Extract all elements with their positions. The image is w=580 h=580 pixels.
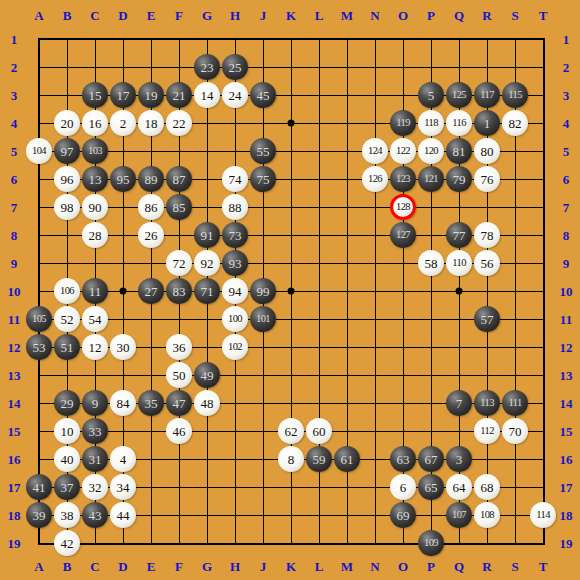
black-stone-105[interactable]: 105 bbox=[26, 306, 52, 332]
move-number: 71 bbox=[201, 285, 214, 298]
black-stone-23[interactable]: 23 bbox=[194, 54, 220, 80]
move-number: 43 bbox=[89, 509, 102, 522]
white-stone-118[interactable]: 118 bbox=[418, 110, 444, 136]
coordinate-label: 11 bbox=[8, 313, 20, 326]
move-number: 38 bbox=[61, 509, 74, 522]
coordinate-label: 12 bbox=[8, 341, 21, 354]
move-number: 81 bbox=[453, 145, 466, 158]
move-number: 58 bbox=[425, 257, 438, 270]
move-number: 42 bbox=[61, 537, 74, 550]
white-stone-58[interactable]: 58 bbox=[418, 250, 444, 276]
white-stone-84[interactable]: 84 bbox=[110, 390, 136, 416]
move-number: 118 bbox=[424, 118, 438, 129]
move-number: 12 bbox=[89, 341, 102, 354]
black-stone-43[interactable]: 43 bbox=[82, 502, 108, 528]
move-number: 106 bbox=[60, 286, 74, 297]
white-stone-4[interactable]: 4 bbox=[110, 446, 136, 472]
coordinate-label: G bbox=[202, 560, 212, 573]
move-number: 68 bbox=[481, 481, 494, 494]
move-number: 117 bbox=[480, 90, 494, 101]
move-number: 121 bbox=[424, 174, 438, 185]
white-stone-64[interactable]: 64 bbox=[446, 474, 472, 500]
white-stone-14[interactable]: 14 bbox=[194, 82, 220, 108]
move-number: 73 bbox=[229, 229, 242, 242]
coordinate-label: R bbox=[482, 560, 491, 573]
white-stone-12[interactable]: 12 bbox=[82, 334, 108, 360]
move-number: 113 bbox=[480, 398, 494, 409]
white-stone-52[interactable]: 52 bbox=[54, 306, 80, 332]
white-stone-92[interactable]: 92 bbox=[194, 250, 220, 276]
move-number: 111 bbox=[508, 398, 521, 409]
coordinate-label: E bbox=[147, 9, 156, 22]
go-board[interactable]: ABCDEFGHJKLMNOPQRST ABCDEFGHJKLMNOPQRST … bbox=[0, 0, 580, 580]
white-stone-8[interactable]: 8 bbox=[278, 446, 304, 472]
black-stone-21[interactable]: 21 bbox=[166, 82, 192, 108]
move-number: 80 bbox=[481, 145, 494, 158]
move-number: 90 bbox=[89, 201, 102, 214]
move-number: 44 bbox=[117, 509, 130, 522]
coordinate-label: Q bbox=[454, 9, 464, 22]
black-stone-75[interactable]: 75 bbox=[250, 166, 276, 192]
move-number: 92 bbox=[201, 257, 214, 270]
white-stone-128-last-move[interactable]: 128 bbox=[390, 194, 416, 220]
white-stone-24[interactable]: 24 bbox=[222, 82, 248, 108]
move-number: 3 bbox=[456, 453, 463, 466]
black-stone-13[interactable]: 13 bbox=[82, 166, 108, 192]
move-number: 30 bbox=[117, 341, 130, 354]
black-stone-123[interactable]: 123 bbox=[390, 166, 416, 192]
white-stone-44[interactable]: 44 bbox=[110, 502, 136, 528]
black-stone-7[interactable]: 7 bbox=[446, 390, 472, 416]
move-number: 36 bbox=[173, 341, 186, 354]
coordinate-label: 4 bbox=[563, 117, 570, 130]
move-number: 6 bbox=[400, 481, 407, 494]
coordinate-label: 13 bbox=[8, 369, 21, 382]
coordinate-label: 3 bbox=[11, 89, 18, 102]
black-stone-121[interactable]: 121 bbox=[418, 166, 444, 192]
coordinate-label: D bbox=[118, 9, 127, 22]
black-stone-83[interactable]: 83 bbox=[166, 278, 192, 304]
coordinate-label: 19 bbox=[8, 537, 21, 550]
white-stone-26[interactable]: 26 bbox=[138, 222, 164, 248]
black-stone-73[interactable]: 73 bbox=[222, 222, 248, 248]
coordinate-label: 6 bbox=[563, 173, 570, 186]
coordinate-label: D bbox=[118, 560, 127, 573]
move-number: 33 bbox=[89, 425, 102, 438]
coordinate-label: 10 bbox=[560, 285, 573, 298]
coordinate-label: F bbox=[175, 560, 183, 573]
coordinate-label: J bbox=[260, 9, 267, 22]
move-number: 104 bbox=[32, 146, 46, 157]
black-stone-39[interactable]: 39 bbox=[26, 502, 52, 528]
black-stone-27[interactable]: 27 bbox=[138, 278, 164, 304]
black-stone-41[interactable]: 41 bbox=[26, 474, 52, 500]
move-number: 65 bbox=[425, 481, 438, 494]
move-number: 46 bbox=[173, 425, 186, 438]
black-stone-117[interactable]: 117 bbox=[474, 82, 500, 108]
black-stone-71[interactable]: 71 bbox=[194, 278, 220, 304]
black-stone-113[interactable]: 113 bbox=[474, 390, 500, 416]
coordinate-label: 7 bbox=[563, 201, 570, 214]
coordinate-label: 15 bbox=[8, 425, 21, 438]
move-number: 18 bbox=[145, 117, 158, 130]
move-number: 54 bbox=[89, 313, 102, 326]
move-number: 19 bbox=[145, 89, 158, 102]
move-number: 96 bbox=[61, 173, 74, 186]
white-stone-88[interactable]: 88 bbox=[222, 194, 248, 220]
move-number: 5 bbox=[428, 89, 435, 102]
black-stone-87[interactable]: 87 bbox=[166, 166, 192, 192]
move-number: 31 bbox=[89, 453, 102, 466]
coordinate-label: 8 bbox=[563, 229, 570, 242]
move-number: 62 bbox=[285, 425, 298, 438]
coordinate-label: 11 bbox=[560, 313, 572, 326]
move-number: 127 bbox=[396, 230, 410, 241]
black-stone-61[interactable]: 61 bbox=[334, 446, 360, 472]
black-stone-9[interactable]: 9 bbox=[82, 390, 108, 416]
move-number: 124 bbox=[368, 146, 382, 157]
black-stone-69[interactable]: 69 bbox=[390, 502, 416, 528]
move-number: 119 bbox=[396, 118, 410, 129]
black-stone-79[interactable]: 79 bbox=[446, 166, 472, 192]
black-stone-29[interactable]: 29 bbox=[54, 390, 80, 416]
black-stone-93[interactable]: 93 bbox=[222, 250, 248, 276]
move-number: 101 bbox=[256, 314, 270, 325]
move-number: 61 bbox=[341, 453, 354, 466]
move-number: 76 bbox=[481, 173, 494, 186]
black-stone-1[interactable]: 1 bbox=[474, 110, 500, 136]
white-stone-82[interactable]: 82 bbox=[502, 110, 528, 136]
white-stone-116[interactable]: 116 bbox=[446, 110, 472, 136]
coordinate-label: L bbox=[315, 560, 324, 573]
black-stone-15[interactable]: 15 bbox=[82, 82, 108, 108]
move-number: 82 bbox=[509, 117, 522, 130]
coordinate-label: P bbox=[427, 9, 435, 22]
move-number: 20 bbox=[61, 117, 74, 130]
move-number: 53 bbox=[33, 341, 46, 354]
move-number: 59 bbox=[313, 453, 326, 466]
coordinate-label: T bbox=[539, 560, 548, 573]
move-number: 45 bbox=[257, 89, 270, 102]
white-stone-22[interactable]: 22 bbox=[166, 110, 192, 136]
white-stone-18[interactable]: 18 bbox=[138, 110, 164, 136]
coordinate-label: 19 bbox=[560, 537, 573, 550]
coordinate-label: K bbox=[286, 560, 296, 573]
move-number: 16 bbox=[89, 117, 102, 130]
black-stone-77[interactable]: 77 bbox=[446, 222, 472, 248]
move-number: 88 bbox=[229, 201, 242, 214]
white-stone-20[interactable]: 20 bbox=[54, 110, 80, 136]
black-stone-107[interactable]: 107 bbox=[446, 502, 472, 528]
move-number: 75 bbox=[257, 173, 270, 186]
black-stone-17[interactable]: 17 bbox=[110, 82, 136, 108]
white-stone-96[interactable]: 96 bbox=[54, 166, 80, 192]
white-stone-68[interactable]: 68 bbox=[474, 474, 500, 500]
move-number: 93 bbox=[229, 257, 242, 270]
move-number: 15 bbox=[89, 89, 102, 102]
move-number: 115 bbox=[508, 90, 522, 101]
coordinate-label: 13 bbox=[560, 369, 573, 382]
white-stone-78[interactable]: 78 bbox=[474, 222, 500, 248]
white-stone-38[interactable]: 38 bbox=[54, 502, 80, 528]
black-stone-97[interactable]: 97 bbox=[54, 138, 80, 164]
move-number: 27 bbox=[145, 285, 158, 298]
coordinate-label: Q bbox=[454, 560, 464, 573]
black-stone-49[interactable]: 49 bbox=[194, 362, 220, 388]
black-stone-55[interactable]: 55 bbox=[250, 138, 276, 164]
move-number: 63 bbox=[397, 453, 410, 466]
white-stone-114[interactable]: 114 bbox=[530, 502, 556, 528]
move-number: 9 bbox=[92, 397, 99, 410]
coordinate-label: H bbox=[230, 9, 240, 22]
move-number: 4 bbox=[120, 453, 127, 466]
move-number: 32 bbox=[89, 481, 102, 494]
move-number: 125 bbox=[452, 90, 466, 101]
move-number: 110 bbox=[452, 258, 466, 269]
move-number: 128 bbox=[396, 202, 410, 213]
white-stone-76[interactable]: 76 bbox=[474, 166, 500, 192]
black-stone-25[interactable]: 25 bbox=[222, 54, 248, 80]
move-number: 77 bbox=[453, 229, 466, 242]
move-number: 72 bbox=[173, 257, 186, 270]
white-stone-80[interactable]: 80 bbox=[474, 138, 500, 164]
black-stone-85[interactable]: 85 bbox=[166, 194, 192, 220]
move-number: 84 bbox=[117, 397, 130, 410]
coordinate-label: 9 bbox=[563, 257, 570, 270]
white-stone-54[interactable]: 54 bbox=[82, 306, 108, 332]
white-stone-34[interactable]: 34 bbox=[110, 474, 136, 500]
white-stone-46[interactable]: 46 bbox=[166, 418, 192, 444]
black-stone-33[interactable]: 33 bbox=[82, 418, 108, 444]
move-number: 10 bbox=[61, 425, 74, 438]
coordinate-label: 17 bbox=[560, 481, 573, 494]
white-stone-30[interactable]: 30 bbox=[110, 334, 136, 360]
white-stone-108[interactable]: 108 bbox=[474, 502, 500, 528]
coordinate-label: N bbox=[370, 9, 379, 22]
move-number: 112 bbox=[480, 426, 494, 437]
move-number: 23 bbox=[201, 61, 214, 74]
move-number: 13 bbox=[89, 173, 102, 186]
move-number: 40 bbox=[61, 453, 74, 466]
black-stone-19[interactable]: 19 bbox=[138, 82, 164, 108]
coordinate-label: 7 bbox=[11, 201, 18, 214]
move-number: 47 bbox=[173, 397, 186, 410]
white-stone-10[interactable]: 10 bbox=[54, 418, 80, 444]
coordinate-label: C bbox=[90, 9, 99, 22]
white-stone-2[interactable]: 2 bbox=[110, 110, 136, 136]
white-stone-70[interactable]: 70 bbox=[502, 418, 528, 444]
move-number: 34 bbox=[117, 481, 130, 494]
move-number: 14 bbox=[201, 89, 214, 102]
coordinate-label: B bbox=[63, 560, 72, 573]
white-stone-98[interactable]: 98 bbox=[54, 194, 80, 220]
white-stone-60[interactable]: 60 bbox=[306, 418, 332, 444]
black-stone-51[interactable]: 51 bbox=[54, 334, 80, 360]
coordinate-label: 9 bbox=[11, 257, 18, 270]
black-stone-103[interactable]: 103 bbox=[82, 138, 108, 164]
black-stone-81[interactable]: 81 bbox=[446, 138, 472, 164]
coordinate-label: 16 bbox=[560, 453, 573, 466]
black-stone-35[interactable]: 35 bbox=[138, 390, 164, 416]
black-stone-53[interactable]: 53 bbox=[26, 334, 52, 360]
move-number: 67 bbox=[425, 453, 438, 466]
move-number: 41 bbox=[33, 481, 46, 494]
coordinate-label: 18 bbox=[8, 509, 21, 522]
black-stone-67[interactable]: 67 bbox=[418, 446, 444, 472]
black-stone-5[interactable]: 5 bbox=[418, 82, 444, 108]
move-number: 11 bbox=[89, 285, 102, 298]
white-stone-28[interactable]: 28 bbox=[82, 222, 108, 248]
white-stone-90[interactable]: 90 bbox=[82, 194, 108, 220]
white-stone-48[interactable]: 48 bbox=[194, 390, 220, 416]
coordinate-label: F bbox=[175, 9, 183, 22]
white-stone-120[interactable]: 120 bbox=[418, 138, 444, 164]
black-stone-45[interactable]: 45 bbox=[250, 82, 276, 108]
coordinate-label: H bbox=[230, 560, 240, 573]
move-number: 28 bbox=[89, 229, 102, 242]
coordinate-label: 17 bbox=[8, 481, 21, 494]
white-stone-42[interactable]: 42 bbox=[54, 530, 80, 556]
coordinate-label: B bbox=[63, 9, 72, 22]
coordinate-label: 6 bbox=[11, 173, 18, 186]
coordinate-label: 3 bbox=[563, 89, 570, 102]
coordinate-label: 2 bbox=[563, 61, 570, 74]
black-stone-95[interactable]: 95 bbox=[110, 166, 136, 192]
black-stone-11[interactable]: 11 bbox=[82, 278, 108, 304]
coordinate-label: O bbox=[398, 9, 408, 22]
white-stone-112[interactable]: 112 bbox=[474, 418, 500, 444]
move-number: 26 bbox=[145, 229, 158, 242]
move-number: 79 bbox=[453, 173, 466, 186]
black-stone-115[interactable]: 115 bbox=[502, 82, 528, 108]
coordinate-label: 1 bbox=[563, 33, 570, 46]
move-number: 70 bbox=[509, 425, 522, 438]
white-stone-104[interactable]: 104 bbox=[26, 138, 52, 164]
black-stone-63[interactable]: 63 bbox=[390, 446, 416, 472]
coordinate-label: M bbox=[341, 560, 353, 573]
black-stone-59[interactable]: 59 bbox=[306, 446, 332, 472]
move-number: 7 bbox=[456, 397, 463, 410]
move-number: 74 bbox=[229, 173, 242, 186]
move-number: 100 bbox=[228, 314, 242, 325]
white-stone-36[interactable]: 36 bbox=[166, 334, 192, 360]
coordinate-label: N bbox=[370, 560, 379, 573]
white-stone-110[interactable]: 110 bbox=[446, 250, 472, 276]
move-number: 56 bbox=[481, 257, 494, 270]
coordinate-label: L bbox=[315, 9, 324, 22]
move-number: 64 bbox=[453, 481, 466, 494]
white-stone-50[interactable]: 50 bbox=[166, 362, 192, 388]
move-number: 48 bbox=[201, 397, 214, 410]
coordinate-label: O bbox=[398, 560, 408, 573]
white-stone-122[interactable]: 122 bbox=[390, 138, 416, 164]
white-stone-94[interactable]: 94 bbox=[222, 278, 248, 304]
white-stone-72[interactable]: 72 bbox=[166, 250, 192, 276]
move-number: 8 bbox=[288, 453, 295, 466]
coordinate-label: K bbox=[286, 9, 296, 22]
black-stone-47[interactable]: 47 bbox=[166, 390, 192, 416]
move-number: 126 bbox=[368, 174, 382, 185]
move-number: 52 bbox=[61, 313, 74, 326]
coordinate-label: 5 bbox=[11, 145, 18, 158]
move-number: 22 bbox=[173, 117, 186, 130]
black-stone-127[interactable]: 127 bbox=[390, 222, 416, 248]
move-number: 51 bbox=[61, 341, 74, 354]
black-stone-125[interactable]: 125 bbox=[446, 82, 472, 108]
black-stone-101[interactable]: 101 bbox=[250, 306, 276, 332]
move-number: 99 bbox=[257, 285, 270, 298]
move-number: 91 bbox=[201, 229, 214, 242]
black-stone-109[interactable]: 109 bbox=[418, 530, 444, 556]
white-stone-32[interactable]: 32 bbox=[82, 474, 108, 500]
move-number: 103 bbox=[88, 146, 102, 157]
coordinate-label: M bbox=[341, 9, 353, 22]
coordinate-label: 2 bbox=[11, 61, 18, 74]
coordinate-label: 8 bbox=[11, 229, 18, 242]
coordinate-label: R bbox=[482, 9, 491, 22]
move-number: 102 bbox=[228, 342, 242, 353]
coordinate-label: S bbox=[511, 560, 518, 573]
white-stone-100[interactable]: 100 bbox=[222, 306, 248, 332]
coordinate-label: J bbox=[260, 560, 267, 573]
black-stone-65[interactable]: 65 bbox=[418, 474, 444, 500]
white-stone-6[interactable]: 6 bbox=[390, 474, 416, 500]
move-number: 109 bbox=[424, 538, 438, 549]
coordinate-label: 5 bbox=[563, 145, 570, 158]
white-stone-74[interactable]: 74 bbox=[222, 166, 248, 192]
black-stone-111[interactable]: 111 bbox=[502, 390, 528, 416]
white-stone-86[interactable]: 86 bbox=[138, 194, 164, 220]
move-number: 55 bbox=[257, 145, 270, 158]
move-number: 25 bbox=[229, 61, 242, 74]
move-number: 95 bbox=[117, 173, 130, 186]
move-number: 85 bbox=[173, 201, 186, 214]
black-stone-91[interactable]: 91 bbox=[194, 222, 220, 248]
white-stone-102[interactable]: 102 bbox=[222, 334, 248, 360]
move-number: 83 bbox=[173, 285, 186, 298]
white-stone-124[interactable]: 124 bbox=[362, 138, 388, 164]
black-stone-57[interactable]: 57 bbox=[474, 306, 500, 332]
move-number: 94 bbox=[229, 285, 242, 298]
move-number: 86 bbox=[145, 201, 158, 214]
white-stone-16[interactable]: 16 bbox=[82, 110, 108, 136]
coordinate-label: 1 bbox=[11, 33, 18, 46]
move-number: 87 bbox=[173, 173, 186, 186]
move-number: 37 bbox=[61, 481, 74, 494]
move-number: 57 bbox=[481, 313, 494, 326]
move-number: 35 bbox=[145, 397, 158, 410]
white-stone-40[interactable]: 40 bbox=[54, 446, 80, 472]
black-stone-89[interactable]: 89 bbox=[138, 166, 164, 192]
black-stone-3[interactable]: 3 bbox=[446, 446, 472, 472]
black-stone-31[interactable]: 31 bbox=[82, 446, 108, 472]
stones-layer[interactable]: 1234567891011121314151617181920212223242… bbox=[25, 25, 557, 557]
move-number: 17 bbox=[117, 89, 130, 102]
coordinate-label: 15 bbox=[560, 425, 573, 438]
black-stone-37[interactable]: 37 bbox=[54, 474, 80, 500]
coordinate-label: 14 bbox=[560, 397, 573, 410]
white-stone-62[interactable]: 62 bbox=[278, 418, 304, 444]
white-stone-56[interactable]: 56 bbox=[474, 250, 500, 276]
white-stone-126[interactable]: 126 bbox=[362, 166, 388, 192]
move-number: 89 bbox=[145, 173, 158, 186]
black-stone-99[interactable]: 99 bbox=[250, 278, 276, 304]
white-stone-106[interactable]: 106 bbox=[54, 278, 80, 304]
move-number: 123 bbox=[396, 174, 410, 185]
black-stone-119[interactable]: 119 bbox=[390, 110, 416, 136]
coordinate-label: A bbox=[34, 9, 43, 22]
coordinate-label: 18 bbox=[560, 509, 573, 522]
